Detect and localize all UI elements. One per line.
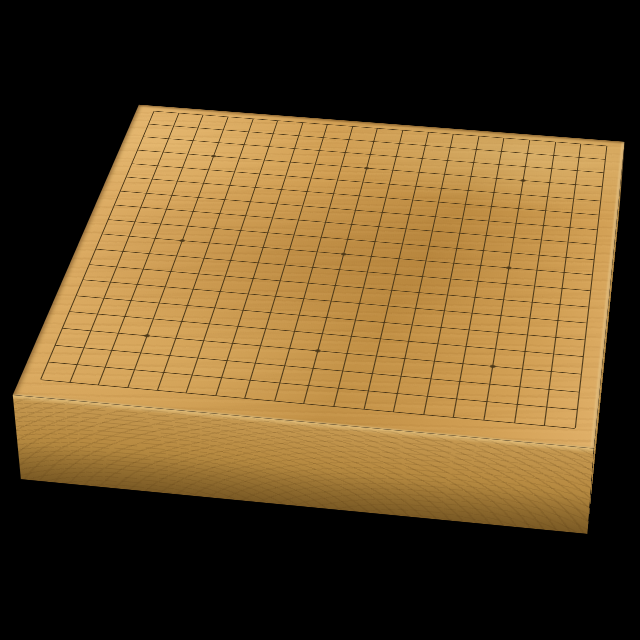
grid-point[interactable] [386, 235, 417, 252]
grid-point[interactable] [230, 207, 261, 224]
grid-point[interactable] [468, 241, 498, 258]
grid-point[interactable] [249, 152, 279, 167]
grid-point[interactable] [101, 323, 136, 342]
grid-point[interactable] [241, 254, 273, 272]
grid-point[interactable] [108, 307, 142, 326]
grid-point[interactable] [565, 149, 593, 164]
grid-point[interactable] [580, 235, 609, 252]
grid-point[interactable] [488, 290, 519, 308]
grid-point[interactable] [305, 228, 336, 245]
grid-point[interactable] [288, 115, 317, 130]
grid-point[interactable] [378, 162, 407, 178]
grid-point[interactable] [493, 259, 523, 277]
grid-point[interactable] [278, 226, 309, 243]
grid-point[interactable] [390, 220, 420, 237]
grid-point[interactable] [393, 206, 423, 223]
grid-point[interactable] [351, 263, 382, 281]
grid-point[interactable] [453, 320, 485, 339]
grid-point[interactable] [277, 322, 310, 341]
grid-point[interactable] [348, 174, 378, 190]
grid-point[interactable] [186, 331, 220, 350]
grid-point[interactable] [379, 265, 410, 283]
grid-point[interactable] [516, 292, 547, 310]
grid-point[interactable] [591, 151, 618, 166]
grid-point[interactable] [351, 380, 385, 401]
grid-point[interactable] [511, 159, 539, 175]
grid-point[interactable] [219, 236, 251, 253]
grid-point[interactable] [287, 289, 319, 307]
grid-point[interactable] [127, 260, 160, 278]
grid-point[interactable] [410, 137, 439, 152]
grid-point[interactable] [319, 276, 351, 294]
grid-point[interactable] [72, 255, 106, 273]
grid-point[interactable] [65, 270, 99, 288]
grid-point[interactable] [530, 202, 559, 219]
grid-point[interactable] [330, 343, 363, 363]
grid-point[interactable] [192, 314, 226, 333]
grid-point[interactable] [388, 123, 416, 138]
grid-point[interactable] [87, 357, 122, 377]
grid-point[interactable] [224, 222, 256, 239]
grid-point[interactable] [174, 365, 209, 385]
grid-point[interactable] [450, 336, 482, 355]
grid-point[interactable] [287, 197, 318, 213]
grid-point[interactable] [37, 335, 72, 354]
grid-point[interactable] [547, 279, 577, 297]
grid-point[interactable] [560, 399, 592, 420]
grid-point[interactable] [513, 145, 541, 160]
grid-point[interactable] [477, 198, 506, 214]
grid-point[interactable] [430, 166, 459, 182]
grid-point[interactable] [355, 363, 388, 383]
grid-point[interactable] [414, 368, 447, 388]
grid-point[interactable] [584, 206, 613, 223]
grid-point[interactable] [257, 390, 292, 411]
grid-point[interactable] [263, 113, 292, 128]
grid-point[interactable] [262, 372, 296, 392]
grid-point[interactable] [399, 299, 431, 318]
grid-point[interactable] [324, 260, 356, 278]
grid-point[interactable] [518, 277, 548, 295]
grid-point[interactable] [233, 124, 263, 139]
grid-point[interactable] [296, 169, 326, 185]
grid-point[interactable] [459, 155, 488, 171]
grid-point[interactable] [465, 257, 495, 275]
grid-point[interactable] [93, 273, 127, 291]
grid-point[interactable] [267, 355, 301, 375]
grid-point[interactable] [582, 221, 611, 238]
grid-point[interactable] [322, 171, 352, 187]
grid-point[interactable] [563, 163, 591, 179]
grid-point[interactable] [511, 325, 542, 344]
grid-point[interactable] [272, 338, 306, 358]
grid-point[interactable] [397, 192, 427, 208]
grid-point[interactable] [396, 315, 428, 334]
grid-point[interactable] [586, 192, 614, 208]
grid-point[interactable] [388, 348, 421, 368]
grid-point[interactable] [314, 199, 344, 215]
grid-point[interactable] [375, 280, 407, 298]
grid-point[interactable] [467, 409, 500, 430]
grid-point[interactable] [513, 308, 544, 327]
grid-point[interactable] [120, 275, 154, 293]
grid-point[interactable] [136, 309, 170, 328]
grid-point[interactable] [592, 138, 619, 153]
grid-point[interactable] [220, 317, 254, 336]
grid-point[interactable] [544, 295, 574, 314]
grid-point[interactable] [59, 354, 95, 374]
grid-point[interactable] [464, 128, 492, 143]
grid-point[interactable] [198, 298, 231, 317]
grid-point[interactable] [283, 128, 312, 143]
grid-point[interactable] [559, 190, 587, 206]
grid-point[interactable] [384, 365, 417, 385]
grid-point[interactable] [374, 176, 404, 192]
grid-point[interactable] [462, 272, 493, 290]
grid-point[interactable] [273, 241, 305, 258]
grid-point[interactable] [22, 369, 58, 389]
grid-point[interactable] [203, 367, 238, 387]
grid-point[interactable] [571, 313, 602, 332]
grid-point[interactable] [427, 180, 456, 196]
grid-point[interactable] [236, 269, 268, 287]
grid-point[interactable] [332, 230, 363, 247]
grid-point[interactable] [424, 317, 456, 336]
grid-point[interactable] [565, 364, 597, 384]
grid-point[interactable] [423, 194, 453, 210]
grid-point[interactable] [541, 134, 569, 149]
grid-point[interactable] [282, 305, 315, 324]
grid-point[interactable] [296, 358, 330, 378]
grid-point[interactable] [359, 346, 392, 366]
grid-point[interactable] [440, 388, 473, 409]
grid-point[interactable] [490, 130, 518, 145]
grid-point[interactable] [473, 373, 506, 393]
grid-point[interactable] [343, 294, 375, 313]
grid-point[interactable] [304, 143, 333, 158]
grid-point[interactable] [328, 245, 359, 262]
grid-point[interactable] [421, 334, 453, 353]
grid-point[interactable] [300, 156, 330, 172]
grid-point[interactable] [542, 311, 573, 330]
grid-point[interactable] [336, 216, 367, 233]
grid-point[interactable] [154, 262, 187, 280]
grid-point[interactable] [575, 281, 605, 299]
grid-point[interactable] [505, 358, 537, 378]
grid-point[interactable] [316, 395, 350, 416]
grid-point[interactable] [256, 209, 287, 226]
grid-point[interactable] [385, 135, 414, 150]
grid-point[interactable] [164, 312, 198, 331]
grid-point[interactable] [436, 139, 464, 154]
grid-point[interactable] [235, 193, 266, 209]
grid-point[interactable] [176, 280, 209, 298]
grid-point[interactable] [456, 304, 487, 323]
grid-point[interactable] [133, 245, 166, 262]
grid-point[interactable] [567, 136, 594, 151]
grid-point[interactable] [238, 353, 272, 373]
grid-point[interactable] [503, 200, 532, 216]
grid-point[interactable] [352, 160, 381, 176]
grid-point[interactable] [359, 133, 388, 148]
grid-point[interactable] [567, 346, 598, 366]
grid-point[interactable] [116, 359, 151, 379]
grid-point[interactable] [573, 297, 603, 316]
grid-point[interactable] [359, 233, 390, 250]
grid-point[interactable] [251, 224, 282, 241]
grid-point[interactable] [436, 406, 469, 427]
grid-point[interactable] [315, 292, 347, 310]
grid-point[interactable] [275, 154, 305, 170]
grid-point[interactable] [453, 182, 482, 198]
grid-point[interactable] [244, 165, 274, 181]
grid-point[interactable] [45, 318, 80, 337]
grid-point[interactable] [530, 396, 562, 417]
grid-point[interactable] [515, 132, 543, 147]
grid-point[interactable] [344, 187, 374, 203]
grid-point[interactable] [410, 252, 441, 270]
grid-point[interactable] [523, 246, 553, 263]
grid-point[interactable] [428, 301, 460, 320]
grid-point[interactable] [227, 387, 262, 408]
grid-point[interactable] [292, 273, 324, 291]
grid-point[interactable] [249, 319, 282, 338]
grid-point[interactable] [181, 264, 214, 282]
grid-point[interactable] [540, 327, 571, 346]
grid-point[interactable] [532, 188, 561, 204]
grid-point[interactable] [158, 328, 192, 347]
grid-point[interactable] [549, 263, 579, 281]
grid-point[interactable] [326, 360, 360, 380]
grid-point[interactable] [123, 342, 158, 362]
grid-point[interactable] [400, 178, 429, 194]
grid-point[interactable] [203, 282, 236, 300]
grid-point[interactable] [503, 376, 535, 396]
grid-point[interactable] [417, 351, 450, 371]
grid-point[interactable] [485, 157, 513, 173]
grid-point[interactable] [356, 147, 385, 162]
grid-point[interactable] [270, 167, 300, 183]
grid-point[interactable] [456, 168, 485, 184]
grid-point[interactable] [589, 165, 617, 181]
grid-point[interactable] [447, 210, 477, 227]
grid-point[interactable] [439, 126, 467, 141]
grid-point[interactable] [479, 184, 508, 200]
grid-point[interactable] [346, 398, 380, 419]
grid-point[interactable] [577, 266, 607, 284]
grid-point[interactable] [59, 286, 93, 304]
grid-point[interactable] [339, 310, 371, 329]
grid-point[interactable] [264, 271, 296, 289]
grid-point[interactable] [521, 261, 551, 279]
grid-point[interactable] [557, 204, 586, 221]
grid-point[interactable] [367, 204, 397, 221]
grid-point[interactable] [371, 296, 403, 315]
grid-point[interactable] [376, 401, 410, 422]
grid-point[interactable] [347, 278, 379, 296]
grid-point[interactable] [238, 111, 267, 126]
grid-point[interactable] [587, 178, 615, 194]
grid-point[interactable] [80, 374, 116, 394]
grid-point[interactable] [109, 377, 145, 397]
grid-point[interactable] [30, 352, 66, 372]
grid-point[interactable] [485, 306, 516, 325]
grid-point[interactable] [535, 174, 563, 190]
grid-point[interactable] [292, 183, 322, 199]
grid-point[interactable] [539, 147, 567, 162]
grid-point[interactable] [145, 362, 180, 382]
grid-point[interactable] [551, 248, 581, 266]
grid-point[interactable] [443, 371, 476, 391]
grid-point[interactable] [528, 216, 557, 233]
grid-point[interactable] [420, 208, 450, 225]
grid-point[interactable] [80, 304, 114, 323]
grid-point[interactable] [223, 150, 253, 165]
grid-point[interactable] [283, 211, 314, 228]
grid-point[interactable] [508, 172, 536, 188]
grid-point[interactable] [279, 141, 309, 156]
grid-point[interactable] [537, 161, 565, 177]
grid-point[interactable] [447, 353, 479, 373]
grid-point[interactable] [461, 141, 489, 156]
grid-point[interactable] [490, 274, 521, 292]
grid-point[interactable] [381, 149, 410, 164]
grid-point[interactable] [330, 145, 359, 160]
grid-point[interactable] [218, 163, 248, 179]
grid-point[interactable] [296, 258, 328, 276]
grid-point[interactable] [291, 375, 325, 395]
grid-point[interactable] [301, 243, 332, 260]
grid-point[interactable] [407, 151, 436, 166]
grid-point[interactable] [233, 370, 268, 390]
grid-point[interactable] [392, 331, 424, 350]
grid-point[interactable] [66, 337, 101, 357]
grid-point[interactable] [380, 383, 413, 404]
grid-point[interactable] [306, 324, 339, 343]
grid-point[interactable] [340, 201, 370, 217]
grid-point[interactable] [506, 186, 535, 202]
grid-point[interactable] [73, 321, 108, 340]
grid-point[interactable] [579, 250, 608, 268]
grid-point[interactable] [371, 189, 401, 205]
grid-point[interactable] [476, 356, 508, 376]
grid-point[interactable] [139, 379, 175, 399]
grid-point[interactable] [198, 385, 233, 406]
grid-point[interactable] [94, 340, 129, 360]
grid-point[interactable] [313, 117, 342, 132]
grid-point[interactable] [363, 329, 396, 348]
grid-point[interactable] [209, 350, 243, 370]
grid-point[interactable] [180, 347, 215, 367]
grid-point[interactable] [433, 153, 462, 168]
grid-point[interactable] [355, 247, 386, 264]
grid-point[interactable] [231, 284, 264, 302]
grid-point[interactable] [51, 372, 87, 392]
grid-point[interactable] [114, 291, 148, 309]
grid-point[interactable] [558, 417, 591, 438]
grid-point[interactable] [508, 341, 540, 361]
grid-point[interactable] [533, 378, 565, 398]
grid-point[interactable] [301, 341, 334, 361]
grid-point[interactable] [367, 312, 399, 331]
grid-point[interactable] [148, 277, 181, 295]
grid-point[interactable] [239, 179, 270, 195]
grid-point[interactable] [258, 126, 287, 141]
grid-point[interactable] [363, 218, 393, 235]
grid-point[interactable] [561, 176, 589, 192]
grid-point[interactable] [243, 336, 277, 355]
grid-point[interactable] [569, 330, 600, 349]
grid-point[interactable] [487, 143, 515, 158]
grid-point[interactable] [459, 288, 490, 306]
grid-point[interactable] [500, 394, 533, 415]
grid-point[interactable] [537, 344, 568, 364]
grid-point[interactable] [444, 224, 474, 241]
grid-point[interactable] [226, 300, 259, 319]
grid-point[interactable] [246, 239, 278, 256]
grid-point[interactable] [334, 132, 363, 147]
grid-point[interactable] [482, 322, 513, 341]
grid-point[interactable] [450, 196, 479, 212]
grid-point[interactable] [438, 254, 469, 272]
grid-point[interactable] [142, 293, 176, 312]
grid-point[interactable] [265, 181, 295, 197]
grid-point[interactable] [431, 285, 462, 303]
grid-point[interactable] [496, 244, 526, 261]
grid-point[interactable] [338, 119, 367, 134]
grid-point[interactable] [528, 414, 561, 435]
grid-point[interactable] [471, 227, 501, 244]
grid-point[interactable] [383, 250, 414, 268]
grid-point[interactable] [129, 326, 163, 345]
grid-point[interactable] [479, 339, 511, 359]
grid-point[interactable] [434, 270, 465, 288]
grid-point[interactable] [482, 170, 511, 186]
grid-point[interactable] [417, 222, 447, 239]
grid-point[interactable] [168, 382, 203, 403]
grid-point[interactable] [326, 158, 356, 174]
grid-point[interactable] [497, 412, 530, 433]
grid-point[interactable] [254, 303, 287, 322]
grid-point[interactable] [318, 185, 348, 201]
grid-point[interactable] [413, 124, 441, 139]
grid-point[interactable] [501, 214, 530, 231]
grid-point[interactable] [498, 229, 528, 246]
grid-point[interactable] [410, 386, 443, 407]
grid-point[interactable] [441, 239, 471, 256]
grid-point[interactable] [363, 121, 392, 136]
grid-point[interactable] [321, 378, 355, 398]
grid-point[interactable] [215, 333, 249, 352]
grid-point[interactable] [555, 219, 584, 236]
grid-point[interactable] [160, 247, 193, 264]
grid-point[interactable] [334, 326, 367, 345]
grid-point[interactable] [209, 267, 242, 285]
grid-point[interactable] [254, 139, 284, 154]
grid-point[interactable] [535, 361, 567, 381]
grid-point[interactable] [86, 288, 120, 306]
grid-point[interactable] [259, 287, 292, 305]
grid-point[interactable] [99, 257, 132, 275]
grid-point[interactable] [563, 381, 595, 402]
grid-point[interactable] [553, 233, 582, 250]
grid-point[interactable] [526, 231, 555, 248]
grid-point[interactable] [474, 212, 503, 229]
grid-point[interactable] [269, 256, 301, 274]
grid-point[interactable] [214, 251, 246, 269]
grid-point[interactable] [406, 404, 440, 425]
grid-point[interactable] [407, 267, 438, 285]
